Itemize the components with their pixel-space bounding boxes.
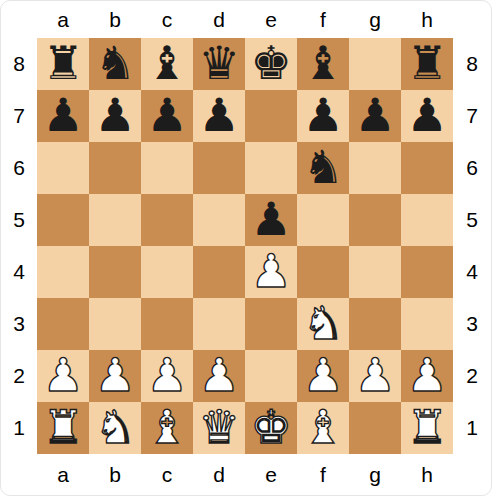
- white-knight[interactable]: ♞: [94, 404, 135, 450]
- black-bishop[interactable]: ♝: [146, 40, 187, 86]
- square-d2[interactable]: ♟: [193, 350, 245, 402]
- square-d1[interactable]: ♛: [193, 402, 245, 454]
- square-b1[interactable]: ♞: [89, 402, 141, 454]
- square-h2[interactable]: ♟: [401, 350, 453, 402]
- black-pawn[interactable]: ♟: [354, 92, 395, 138]
- file-label-bottom-h: h: [401, 454, 453, 495]
- rank-label-left-6: 6: [1, 142, 37, 194]
- file-label-bottom-e: e: [245, 454, 297, 495]
- white-pawn[interactable]: ♟: [250, 248, 291, 294]
- rank-label-right-1: 1: [453, 402, 491, 454]
- square-f1[interactable]: ♝: [297, 402, 349, 454]
- square-g8[interactable]: [349, 38, 401, 90]
- rank-label-right-8: 8: [453, 38, 491, 90]
- square-e8[interactable]: ♚: [245, 38, 297, 90]
- square-c6[interactable]: [141, 142, 193, 194]
- white-king[interactable]: ♚: [250, 404, 291, 450]
- file-label-bottom-b: b: [89, 454, 141, 495]
- square-a4[interactable]: [37, 246, 89, 298]
- white-pawn[interactable]: ♟: [94, 352, 135, 398]
- square-f4[interactable]: [297, 246, 349, 298]
- square-h8[interactable]: ♜: [401, 38, 453, 90]
- square-e1[interactable]: ♚: [245, 402, 297, 454]
- white-queen[interactable]: ♛: [198, 404, 239, 450]
- file-label-bottom-d: d: [193, 454, 245, 495]
- black-knight[interactable]: ♞: [302, 144, 343, 190]
- square-g3[interactable]: [349, 298, 401, 350]
- corner-top-right: [453, 1, 491, 38]
- rank-label-left-5: 5: [1, 194, 37, 246]
- square-b6[interactable]: [89, 142, 141, 194]
- square-a5[interactable]: [37, 194, 89, 246]
- black-knight[interactable]: ♞: [94, 40, 135, 86]
- square-a6[interactable]: [37, 142, 89, 194]
- file-label-top-e: e: [245, 1, 297, 38]
- square-f7[interactable]: ♟: [297, 90, 349, 142]
- square-h4[interactable]: [401, 246, 453, 298]
- file-label-top-h: h: [401, 1, 453, 38]
- rank-label-right-3: 3: [453, 298, 491, 350]
- file-label-top-a: a: [37, 1, 89, 38]
- black-pawn[interactable]: ♟: [406, 92, 447, 138]
- square-f5[interactable]: [297, 194, 349, 246]
- file-label-bottom-g: g: [349, 454, 401, 495]
- chess-board-card: abcdefgh8♜♞♝♛♚♝♜87♟♟♟♟♟♟♟76♞65♟54♟43♞32♟…: [0, 0, 492, 496]
- chess-board: abcdefgh8♜♞♝♛♚♝♜87♟♟♟♟♟♟♟76♞65♟54♟43♞32♟…: [1, 1, 491, 495]
- square-h5[interactable]: [401, 194, 453, 246]
- rank-label-left-7: 7: [1, 90, 37, 142]
- square-c1[interactable]: ♝: [141, 402, 193, 454]
- black-queen[interactable]: ♛: [198, 40, 239, 86]
- square-h7[interactable]: ♟: [401, 90, 453, 142]
- square-a3[interactable]: [37, 298, 89, 350]
- square-d5[interactable]: [193, 194, 245, 246]
- square-d7[interactable]: ♟: [193, 90, 245, 142]
- square-g5[interactable]: [349, 194, 401, 246]
- square-g1[interactable]: [349, 402, 401, 454]
- black-pawn[interactable]: ♟: [302, 92, 343, 138]
- black-pawn[interactable]: ♟: [250, 196, 291, 242]
- rank-label-right-2: 2: [453, 350, 491, 402]
- square-f2[interactable]: ♟: [297, 350, 349, 402]
- file-label-top-f: f: [297, 1, 349, 38]
- white-pawn[interactable]: ♟: [146, 352, 187, 398]
- black-pawn[interactable]: ♟: [42, 92, 83, 138]
- square-c5[interactable]: [141, 194, 193, 246]
- square-e3[interactable]: [245, 298, 297, 350]
- square-b5[interactable]: [89, 194, 141, 246]
- white-bishop[interactable]: ♝: [146, 404, 187, 450]
- square-d8[interactable]: ♛: [193, 38, 245, 90]
- square-c8[interactable]: ♝: [141, 38, 193, 90]
- black-pawn[interactable]: ♟: [198, 92, 239, 138]
- square-f8[interactable]: ♝: [297, 38, 349, 90]
- white-rook[interactable]: ♜: [406, 404, 447, 450]
- square-e5[interactable]: ♟: [245, 194, 297, 246]
- square-e4[interactable]: ♟: [245, 246, 297, 298]
- black-rook[interactable]: ♜: [42, 40, 83, 86]
- square-b3[interactable]: [89, 298, 141, 350]
- square-h3[interactable]: [401, 298, 453, 350]
- square-g7[interactable]: ♟: [349, 90, 401, 142]
- corner-bottom-left: [1, 454, 37, 495]
- white-pawn[interactable]: ♟: [406, 352, 447, 398]
- square-g2[interactable]: ♟: [349, 350, 401, 402]
- file-label-top-b: b: [89, 1, 141, 38]
- square-c2[interactable]: ♟: [141, 350, 193, 402]
- rank-label-right-6: 6: [453, 142, 491, 194]
- white-rook[interactable]: ♜: [42, 404, 83, 450]
- square-c4[interactable]: [141, 246, 193, 298]
- square-g4[interactable]: [349, 246, 401, 298]
- square-c7[interactable]: ♟: [141, 90, 193, 142]
- rank-label-right-7: 7: [453, 90, 491, 142]
- square-b7[interactable]: ♟: [89, 90, 141, 142]
- rank-label-right-5: 5: [453, 194, 491, 246]
- corner-bottom-right: [453, 454, 491, 495]
- square-d6[interactable]: [193, 142, 245, 194]
- rank-label-right-4: 4: [453, 246, 491, 298]
- black-pawn[interactable]: ♟: [94, 92, 135, 138]
- square-g6[interactable]: [349, 142, 401, 194]
- black-bishop[interactable]: ♝: [302, 40, 343, 86]
- square-e2[interactable]: [245, 350, 297, 402]
- rank-label-left-1: 1: [1, 402, 37, 454]
- square-d4[interactable]: [193, 246, 245, 298]
- square-c3[interactable]: [141, 298, 193, 350]
- square-d3[interactable]: [193, 298, 245, 350]
- square-f3[interactable]: ♞: [297, 298, 349, 350]
- rank-label-left-3: 3: [1, 298, 37, 350]
- white-bishop[interactable]: ♝: [302, 404, 343, 450]
- square-e6[interactable]: [245, 142, 297, 194]
- file-label-bottom-f: f: [297, 454, 349, 495]
- square-a8[interactable]: ♜: [37, 38, 89, 90]
- white-pawn[interactable]: ♟: [302, 352, 343, 398]
- square-e7[interactable]: [245, 90, 297, 142]
- white-pawn[interactable]: ♟: [354, 352, 395, 398]
- square-b8[interactable]: ♞: [89, 38, 141, 90]
- square-b2[interactable]: ♟: [89, 350, 141, 402]
- file-label-bottom-c: c: [141, 454, 193, 495]
- white-pawn[interactable]: ♟: [42, 352, 83, 398]
- square-a7[interactable]: ♟: [37, 90, 89, 142]
- square-a1[interactable]: ♜: [37, 402, 89, 454]
- corner-top-left: [1, 1, 37, 38]
- square-f6[interactable]: ♞: [297, 142, 349, 194]
- rank-label-left-2: 2: [1, 350, 37, 402]
- square-b4[interactable]: [89, 246, 141, 298]
- file-label-top-c: c: [141, 1, 193, 38]
- white-pawn[interactable]: ♟: [198, 352, 239, 398]
- file-label-top-d: d: [193, 1, 245, 38]
- black-pawn[interactable]: ♟: [146, 92, 187, 138]
- black-king[interactable]: ♚: [250, 40, 291, 86]
- white-knight[interactable]: ♞: [302, 300, 343, 346]
- rank-label-left-4: 4: [1, 246, 37, 298]
- file-label-bottom-a: a: [37, 454, 89, 495]
- rank-label-left-8: 8: [1, 38, 37, 90]
- black-rook[interactable]: ♜: [406, 40, 447, 86]
- square-h6[interactable]: [401, 142, 453, 194]
- square-h1[interactable]: ♜: [401, 402, 453, 454]
- square-a2[interactable]: ♟: [37, 350, 89, 402]
- file-label-top-g: g: [349, 1, 401, 38]
